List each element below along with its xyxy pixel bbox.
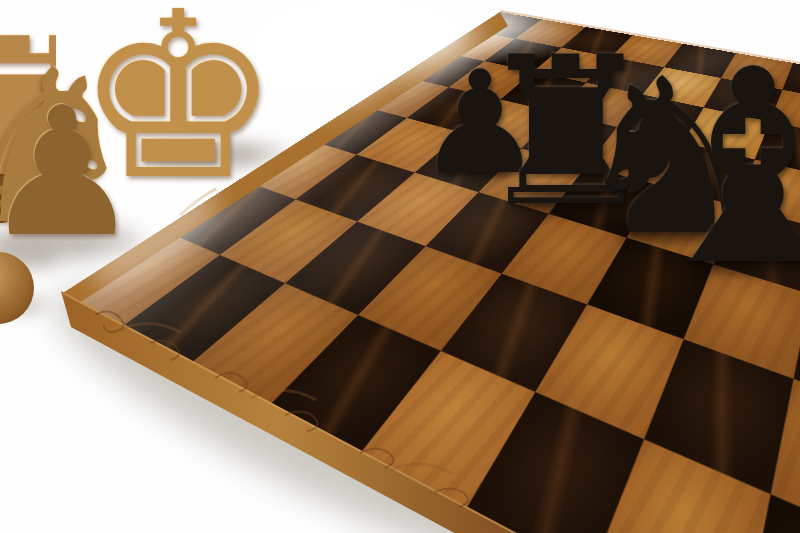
chess-photo-scene: ♟♜♞♝♜♞♟♚ bbox=[0, 0, 800, 533]
piece-white-pawn[interactable]: ♟ bbox=[0, 84, 142, 262]
piece-black-bishop[interactable]: ♝ bbox=[633, 34, 800, 302]
